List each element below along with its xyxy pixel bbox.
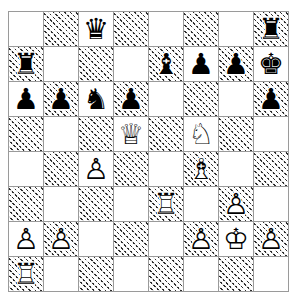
- square-h4[interactable]: [254, 152, 288, 186]
- square-a4[interactable]: [9, 152, 43, 186]
- square-a6[interactable]: ♟: [9, 82, 43, 116]
- piece-outline-layer: ♙: [9, 222, 43, 256]
- square-b1[interactable]: [44, 257, 78, 291]
- piece-white-pawn: ♟♙: [9, 222, 43, 256]
- piece-black-pawn: ♟: [219, 47, 253, 81]
- square-a8[interactable]: [9, 12, 43, 46]
- square-h3[interactable]: [254, 187, 288, 221]
- square-d2[interactable]: [114, 222, 148, 256]
- square-e2[interactable]: [149, 222, 183, 256]
- piece-black-rook: ♜: [9, 47, 43, 81]
- square-h5[interactable]: [254, 117, 288, 151]
- square-a5[interactable]: [9, 117, 43, 151]
- piece-glyph: ♟: [44, 82, 78, 116]
- piece-glyph: ♛: [79, 12, 113, 46]
- square-b2[interactable]: ♟♙: [44, 222, 78, 256]
- square-g2[interactable]: ♚♔: [219, 222, 253, 256]
- piece-black-pawn: ♟: [254, 82, 288, 116]
- piece-white-knight: ♞♘: [184, 117, 218, 151]
- piece-glyph: ♜: [9, 47, 43, 81]
- square-e4[interactable]: [149, 152, 183, 186]
- square-e7[interactable]: ♝: [149, 47, 183, 81]
- square-e8[interactable]: [149, 12, 183, 46]
- piece-outline-layer: ♙: [184, 222, 218, 256]
- piece-glyph: ♟: [254, 82, 288, 116]
- square-c5[interactable]: [79, 117, 113, 151]
- square-c4[interactable]: ♟♙: [79, 152, 113, 186]
- piece-white-pawn: ♟♙: [44, 222, 78, 256]
- piece-outline-layer: ♔: [219, 222, 253, 256]
- square-b5[interactable]: [44, 117, 78, 151]
- chess-board: ♛♜♜♝♟♟♚♟♟♞♟♟♛♕♞♘♟♙♝♗♜♖♟♙♟♙♟♙♟♙♚♔♟♙♜♖: [8, 11, 289, 292]
- piece-glyph: ♞: [79, 82, 113, 116]
- piece-glyph: ♜: [254, 12, 288, 46]
- square-a7[interactable]: ♜: [9, 47, 43, 81]
- square-c8[interactable]: ♛: [79, 12, 113, 46]
- square-b6[interactable]: ♟: [44, 82, 78, 116]
- piece-black-king: ♚: [254, 47, 288, 81]
- square-h6[interactable]: ♟: [254, 82, 288, 116]
- square-d6[interactable]: ♟: [114, 82, 148, 116]
- piece-white-pawn: ♟♙: [184, 222, 218, 256]
- square-f7[interactable]: ♟: [184, 47, 218, 81]
- piece-outline-layer: ♘: [184, 117, 218, 151]
- square-a1[interactable]: ♜♖: [9, 257, 43, 291]
- piece-glyph: ♟: [184, 47, 218, 81]
- piece-outline-layer: ♖: [149, 187, 183, 221]
- square-g8[interactable]: [219, 12, 253, 46]
- square-e3[interactable]: ♜♖: [149, 187, 183, 221]
- square-e1[interactable]: [149, 257, 183, 291]
- square-f6[interactable]: [184, 82, 218, 116]
- square-g4[interactable]: [219, 152, 253, 186]
- piece-black-queen: ♛: [79, 12, 113, 46]
- chess-diagram: ♛♜♜♝♟♟♚♟♟♞♟♟♛♕♞♘♟♙♝♗♜♖♟♙♟♙♟♙♟♙♚♔♟♙♜♖: [0, 0, 300, 306]
- square-f3[interactable]: [184, 187, 218, 221]
- square-g7[interactable]: ♟: [219, 47, 253, 81]
- square-g1[interactable]: [219, 257, 253, 291]
- square-f2[interactable]: ♟♙: [184, 222, 218, 256]
- square-c2[interactable]: [79, 222, 113, 256]
- square-a2[interactable]: ♟♙: [9, 222, 43, 256]
- square-a3[interactable]: [9, 187, 43, 221]
- square-g5[interactable]: [219, 117, 253, 151]
- piece-outline-layer: ♙: [79, 152, 113, 186]
- piece-white-pawn: ♟♙: [219, 187, 253, 221]
- piece-outline-layer: ♙: [254, 222, 288, 256]
- piece-white-pawn: ♟♙: [254, 222, 288, 256]
- piece-black-pawn: ♟: [9, 82, 43, 116]
- square-f4[interactable]: ♝♗: [184, 152, 218, 186]
- piece-white-king: ♚♔: [219, 222, 253, 256]
- square-g3[interactable]: ♟♙: [219, 187, 253, 221]
- piece-black-pawn: ♟: [184, 47, 218, 81]
- piece-outline-layer: ♖: [9, 257, 43, 291]
- piece-outline-layer: ♕: [114, 117, 148, 151]
- square-b8[interactable]: [44, 12, 78, 46]
- square-e5[interactable]: [149, 117, 183, 151]
- square-g6[interactable]: [219, 82, 253, 116]
- piece-glyph: ♟: [114, 82, 148, 116]
- square-d7[interactable]: [114, 47, 148, 81]
- piece-white-rook: ♜♖: [9, 257, 43, 291]
- square-d3[interactable]: [114, 187, 148, 221]
- piece-glyph: ♚: [254, 47, 288, 81]
- piece-black-rook: ♜: [254, 12, 288, 46]
- square-h8[interactable]: ♜: [254, 12, 288, 46]
- square-b7[interactable]: [44, 47, 78, 81]
- piece-black-bishop: ♝: [149, 47, 183, 81]
- square-e6[interactable]: [149, 82, 183, 116]
- square-f1[interactable]: [184, 257, 218, 291]
- piece-white-pawn: ♟♙: [79, 152, 113, 186]
- piece-black-pawn: ♟: [114, 82, 148, 116]
- square-h1[interactable]: [254, 257, 288, 291]
- square-d1[interactable]: [114, 257, 148, 291]
- piece-glyph: ♝: [149, 47, 183, 81]
- piece-glyph: ♟: [219, 47, 253, 81]
- square-b3[interactable]: [44, 187, 78, 221]
- piece-outline-layer: ♗: [184, 152, 218, 186]
- square-d5[interactable]: ♛♕: [114, 117, 148, 151]
- square-h7[interactable]: ♚: [254, 47, 288, 81]
- square-d8[interactable]: [114, 12, 148, 46]
- piece-black-knight: ♞: [79, 82, 113, 116]
- square-c3[interactable]: [79, 187, 113, 221]
- square-c7[interactable]: [79, 47, 113, 81]
- piece-outline-layer: ♙: [44, 222, 78, 256]
- square-c1[interactable]: [79, 257, 113, 291]
- piece-outline-layer: ♙: [219, 187, 253, 221]
- piece-white-rook: ♜♖: [149, 187, 183, 221]
- piece-white-bishop: ♝♗: [184, 152, 218, 186]
- square-d4[interactable]: [114, 152, 148, 186]
- square-b4[interactable]: [44, 152, 78, 186]
- square-h2[interactable]: ♟♙: [254, 222, 288, 256]
- square-c6[interactable]: ♞: [79, 82, 113, 116]
- square-f8[interactable]: [184, 12, 218, 46]
- square-f5[interactable]: ♞♘: [184, 117, 218, 151]
- piece-white-queen: ♛♕: [114, 117, 148, 151]
- piece-black-pawn: ♟: [44, 82, 78, 116]
- piece-glyph: ♟: [9, 82, 43, 116]
